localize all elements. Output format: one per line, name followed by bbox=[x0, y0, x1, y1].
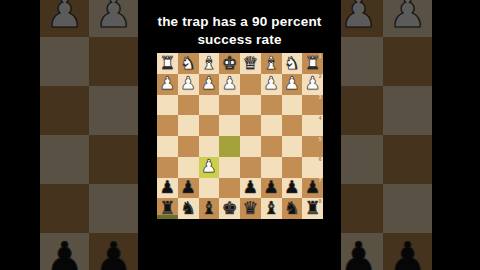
piece-wP-f2[interactable]: ♟ bbox=[201, 75, 217, 93]
caption-line-2: success rate bbox=[138, 31, 341, 49]
square-h4[interactable] bbox=[157, 115, 178, 136]
piece-wN-g1[interactable]: ♞ bbox=[180, 55, 196, 73]
piece-wB-c1[interactable]: ♝ bbox=[263, 55, 279, 73]
square-h2[interactable]: ♟ bbox=[157, 74, 178, 95]
piece-bB-c8[interactable]: ♝ bbox=[263, 200, 279, 218]
piece-bQ-d8[interactable]: ♛ bbox=[243, 200, 259, 218]
square-h3[interactable] bbox=[157, 95, 178, 116]
square-e8[interactable]: ♚ bbox=[219, 198, 240, 219]
square-g7[interactable]: ♟ bbox=[178, 178, 199, 199]
square-g3[interactable] bbox=[178, 95, 199, 116]
square-c6[interactable] bbox=[261, 157, 282, 178]
piece-wP-g2[interactable]: ♟ bbox=[180, 75, 196, 93]
square-g4[interactable] bbox=[178, 115, 199, 136]
square-a6[interactable]: 6 bbox=[302, 157, 323, 178]
square-a3[interactable]: 3 bbox=[302, 95, 323, 116]
caption-line-1: the trap has a 90 percent bbox=[138, 13, 341, 31]
square-e2[interactable]: ♟ bbox=[219, 74, 240, 95]
square-e7[interactable] bbox=[219, 178, 240, 199]
square-c4[interactable] bbox=[261, 115, 282, 136]
corner-strip bbox=[157, 215, 178, 219]
square-b6[interactable] bbox=[282, 157, 303, 178]
piece-bK-e8[interactable]: ♚ bbox=[222, 200, 238, 218]
rank-label-6: 6 bbox=[319, 157, 322, 162]
square-g8[interactable]: ♞ bbox=[178, 198, 199, 219]
square-f1[interactable]: ♝ bbox=[199, 53, 220, 74]
piece-wB-f1[interactable]: ♝ bbox=[201, 55, 217, 73]
square-a8[interactable]: ♜8 bbox=[302, 198, 323, 219]
square-c5[interactable] bbox=[261, 136, 282, 157]
rank-label-2: 2 bbox=[319, 74, 322, 79]
square-f3[interactable] bbox=[199, 95, 220, 116]
piece-wQ-d1[interactable]: ♛ bbox=[243, 55, 259, 73]
square-e1[interactable]: ♚ bbox=[219, 53, 240, 74]
piece-wK-e1[interactable]: ♚ bbox=[222, 55, 238, 73]
square-f8[interactable]: ♝ bbox=[199, 198, 220, 219]
rank-label-1: 1 bbox=[319, 54, 322, 59]
square-d6[interactable] bbox=[240, 157, 261, 178]
square-d7[interactable]: ♟ bbox=[240, 178, 261, 199]
piece-bN-b8[interactable]: ♞ bbox=[284, 200, 300, 218]
square-e3[interactable] bbox=[219, 95, 240, 116]
video-frame: ♟♟♟♟♟♟♟♟♟♟♟♟♟♟ the trap has a 90 percent… bbox=[0, 0, 480, 270]
piece-wR-h1[interactable]: ♜ bbox=[160, 55, 176, 73]
piece-wP-b2[interactable]: ♟ bbox=[284, 75, 300, 93]
rank-label-4: 4 bbox=[319, 116, 322, 121]
piece-bP-d7[interactable]: ♟ bbox=[243, 179, 259, 197]
rank-label-7: 7 bbox=[319, 178, 322, 183]
square-h6[interactable] bbox=[157, 157, 178, 178]
square-f5[interactable] bbox=[199, 136, 220, 157]
piece-wN-b1[interactable]: ♞ bbox=[284, 55, 300, 73]
square-d5[interactable] bbox=[240, 136, 261, 157]
square-f7[interactable] bbox=[199, 178, 220, 199]
square-c2[interactable]: ♟ bbox=[261, 74, 282, 95]
square-d3[interactable] bbox=[240, 95, 261, 116]
rank-label-3: 3 bbox=[319, 95, 322, 100]
square-g2[interactable]: ♟ bbox=[178, 74, 199, 95]
square-c8[interactable]: ♝ bbox=[261, 198, 282, 219]
square-e6[interactable] bbox=[219, 157, 240, 178]
piece-wP-f6[interactable]: ♟ bbox=[201, 158, 217, 176]
square-f2[interactable]: ♟ bbox=[199, 74, 220, 95]
square-a2[interactable]: ♟2 bbox=[302, 74, 323, 95]
square-a1[interactable]: ♜1 bbox=[302, 53, 323, 74]
square-d8[interactable]: ♛ bbox=[240, 198, 261, 219]
square-g6[interactable] bbox=[178, 157, 199, 178]
piece-bP-c7[interactable]: ♟ bbox=[263, 179, 279, 197]
square-a7[interactable]: ♟7 bbox=[302, 178, 323, 199]
square-f4[interactable] bbox=[199, 115, 220, 136]
piece-wP-c2[interactable]: ♟ bbox=[263, 75, 279, 93]
square-e4[interactable] bbox=[219, 115, 240, 136]
piece-bN-g8[interactable]: ♞ bbox=[180, 200, 196, 218]
piece-wP-h2[interactable]: ♟ bbox=[160, 75, 176, 93]
square-c1[interactable]: ♝ bbox=[261, 53, 282, 74]
square-c7[interactable]: ♟ bbox=[261, 178, 282, 199]
square-d1[interactable]: ♛ bbox=[240, 53, 261, 74]
square-b4[interactable] bbox=[282, 115, 303, 136]
square-g1[interactable]: ♞ bbox=[178, 53, 199, 74]
square-b5[interactable] bbox=[282, 136, 303, 157]
chess-board[interactable]: ♜♞♝♚♛♝♞♜1♟♟♟♟♟♟♟2345♟6♟♟♟♟♟♟7♜♞♝♚♛♝♞♜8 bbox=[157, 53, 323, 219]
rank-label-8: 8 bbox=[319, 199, 322, 204]
square-b3[interactable] bbox=[282, 95, 303, 116]
square-d4[interactable] bbox=[240, 115, 261, 136]
square-b7[interactable]: ♟ bbox=[282, 178, 303, 199]
piece-wP-e2[interactable]: ♟ bbox=[222, 75, 238, 93]
square-h7[interactable]: ♟ bbox=[157, 178, 178, 199]
square-e5[interactable] bbox=[219, 136, 240, 157]
piece-bB-f8[interactable]: ♝ bbox=[201, 200, 217, 218]
square-b8[interactable]: ♞ bbox=[282, 198, 303, 219]
square-a5[interactable]: 5 bbox=[302, 136, 323, 157]
square-b2[interactable]: ♟ bbox=[282, 74, 303, 95]
square-c3[interactable] bbox=[261, 95, 282, 116]
rank-label-5: 5 bbox=[319, 137, 322, 142]
square-f6[interactable]: ♟ bbox=[199, 157, 220, 178]
piece-bP-g7[interactable]: ♟ bbox=[180, 179, 196, 197]
square-a4[interactable]: 4 bbox=[302, 115, 323, 136]
square-g5[interactable] bbox=[178, 136, 199, 157]
square-b1[interactable]: ♞ bbox=[282, 53, 303, 74]
square-h1[interactable]: ♜ bbox=[157, 53, 178, 74]
square-d2[interactable] bbox=[240, 74, 261, 95]
square-h5[interactable] bbox=[157, 136, 178, 157]
video-center-panel: the trap has a 90 percent success rate ♜… bbox=[138, 0, 341, 270]
piece-bP-b7[interactable]: ♟ bbox=[284, 179, 300, 197]
piece-bP-h7[interactable]: ♟ bbox=[160, 179, 176, 197]
caption: the trap has a 90 percent success rate bbox=[138, 13, 341, 49]
